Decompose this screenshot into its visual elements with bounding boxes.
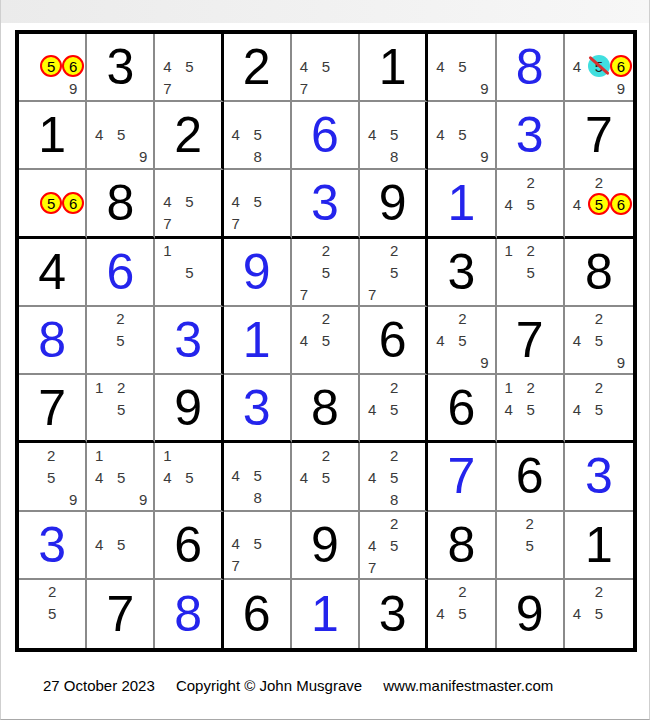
given-digit: 9 — [311, 520, 339, 570]
candidate-digit: 7 — [361, 557, 383, 579]
cell-r7c7[interactable]: 7 — [428, 443, 496, 511]
cell-r1c7[interactable]: 459 — [428, 34, 496, 102]
candidate-digit: 2 — [520, 376, 542, 398]
candidate-digit: 8 — [247, 487, 269, 509]
pencil-marks: 245 — [429, 581, 493, 647]
cell-r1c1[interactable]: 569 — [19, 34, 87, 102]
cell-r9c2[interactable]: 7 — [87, 580, 155, 648]
eliminated-candidate: 5 — [588, 55, 610, 77]
highlighted-candidate: 5 — [40, 55, 62, 77]
given-digit: 3 — [106, 42, 134, 92]
candidate-digit: 2 — [383, 444, 405, 466]
pencil-marks: 56 — [20, 171, 84, 234]
candidate-digit: 4 — [361, 123, 383, 145]
pencil-marks: 15 — [156, 240, 219, 304]
solved-digit: 3 — [585, 451, 613, 501]
pencil-marks: 4569 — [566, 35, 632, 99]
candidate-digit: 2 — [588, 308, 610, 330]
highlighted-candidate: 6 — [610, 193, 632, 215]
solved-digit: 8 — [38, 315, 66, 365]
solved-digit: 7 — [448, 451, 476, 501]
solved-digit: 8 — [174, 589, 202, 639]
cell-r7c3[interactable]: 145 — [155, 443, 223, 511]
pencil-marks: 125 — [88, 376, 152, 439]
candidate-digit: 1 — [88, 376, 110, 398]
cell-r3c9[interactable]: 2456 — [565, 170, 633, 238]
candidate-digit: 4 — [361, 535, 383, 557]
candidate-digit: 5 — [520, 193, 542, 215]
cell-r7c2[interactable]: 1459 — [87, 443, 155, 511]
given-digit: 6 — [243, 589, 271, 639]
cell-r4c5[interactable]: 257 — [292, 239, 360, 307]
candidate-digit: 2 — [588, 581, 610, 603]
solved-digit: 6 — [311, 110, 339, 160]
cell-r4c8[interactable]: 125 — [497, 239, 565, 307]
candidate-digit: 4 — [566, 398, 588, 420]
candidate-digit: 5 — [247, 533, 269, 555]
candidate-digit: 8 — [383, 145, 405, 167]
cell-r6c8[interactable]: 1245 — [497, 375, 565, 443]
cell-r9c5[interactable]: 1 — [292, 580, 360, 648]
candidate-digit: 2 — [315, 444, 337, 466]
cell-r1c4[interactable]: 2 — [224, 34, 292, 102]
given-digit: 9 — [516, 589, 544, 639]
footer: 27 October 2023 Copyright © John Musgrav… — [43, 677, 570, 694]
footer-copyright: Copyright © John Musgrave — [176, 677, 362, 694]
given-digit: 6 — [379, 315, 407, 365]
pencil-marks: 457 — [225, 171, 289, 234]
pencil-marks: 458 — [225, 444, 289, 508]
candidate-digit: 5 — [520, 262, 542, 284]
cell-r8c7[interactable]: 8 — [428, 512, 496, 580]
candidate-digit: 5 — [588, 603, 610, 625]
cell-r9c1[interactable]: 25 — [19, 580, 87, 648]
footer-date: 27 October 2023 — [43, 677, 155, 694]
candidate-digit: 5 — [383, 398, 405, 420]
pencil-marks: 2457 — [361, 513, 424, 577]
pencil-marks: 25 — [88, 308, 152, 372]
candidate-digit: 9 — [610, 352, 632, 374]
cell-r9c3[interactable]: 8 — [155, 580, 223, 648]
cell-r7c8[interactable]: 6 — [497, 443, 565, 511]
candidate-digit: 5 — [588, 398, 610, 420]
cell-r5c9[interactable]: 2459 — [565, 307, 633, 375]
given-digit: 7 — [585, 110, 613, 160]
cell-r4c4[interactable]: 9 — [224, 239, 292, 307]
given-digit: 9 — [379, 178, 407, 228]
candidate-digit: 5 — [451, 55, 473, 77]
given-digit: 8 — [585, 247, 613, 297]
cell-r4c2[interactable]: 6 — [87, 239, 155, 307]
pencil-marks: 145 — [156, 444, 219, 508]
candidate-digit: 4 — [429, 603, 451, 625]
pencil-marks: 257 — [361, 240, 424, 304]
candidate-digit: 2 — [383, 240, 405, 262]
cell-r7c6[interactable]: 2458 — [360, 443, 428, 511]
cell-r2c2[interactable]: 459 — [87, 102, 155, 170]
pencil-marks: 458 — [361, 103, 424, 167]
candidate-digit: 4 — [156, 466, 178, 488]
cell-r3c2[interactable]: 8 — [87, 170, 155, 238]
candidate-digit: 7 — [293, 77, 315, 99]
pencil-marks: 2459 — [429, 308, 493, 372]
cell-r6c3[interactable]: 9 — [155, 375, 223, 443]
pencil-marks: 245 — [361, 376, 424, 439]
cell-r5c8[interactable]: 7 — [497, 307, 565, 375]
cell-r2c3[interactable]: 2 — [155, 102, 223, 170]
candidate-digit: 4 — [566, 330, 588, 352]
candidate-digit: 9 — [132, 145, 154, 167]
candidate-digit: 2 — [110, 376, 132, 398]
pencil-marks: 458 — [225, 103, 289, 167]
solved-digit: 8 — [516, 42, 544, 92]
candidate-digit: 7 — [156, 77, 178, 99]
cell-r2c6[interactable]: 458 — [360, 102, 428, 170]
pencil-marks: 1245 — [498, 376, 562, 439]
candidate-digit: 5 — [247, 123, 269, 145]
candidate-digit: 5 — [383, 262, 405, 284]
candidate-digit: 5 — [451, 603, 473, 625]
given-digit: 2 — [243, 42, 271, 92]
given-digit: 7 — [516, 315, 544, 365]
candidate-digit: 7 — [225, 555, 247, 577]
candidate-digit: 7 — [293, 284, 315, 306]
pencil-marks: 1459 — [88, 444, 152, 508]
candidate-digit: 1 — [498, 376, 520, 398]
candidate-digit: 2 — [520, 240, 542, 262]
given-digit: 8 — [106, 178, 134, 228]
candidate-digit: 5 — [178, 55, 200, 77]
candidate-digit: 4 — [293, 330, 315, 352]
pencil-marks: 245 — [293, 308, 357, 372]
given-digit: 6 — [448, 383, 476, 433]
candidate-digit: 9 — [473, 352, 495, 374]
candidate-digit: 5 — [110, 534, 132, 556]
candidate-digit: 5 — [315, 55, 337, 77]
cell-r4c3[interactable]: 15 — [155, 239, 223, 307]
given-digit: 7 — [106, 589, 134, 639]
cell-r6c4[interactable]: 3 — [224, 375, 292, 443]
candidate-digit: 4 — [225, 191, 247, 213]
solved-digit: 6 — [106, 247, 134, 297]
candidate-digit: 2 — [588, 376, 610, 398]
candidate-digit: 5 — [520, 398, 542, 420]
candidate-digit: 4 — [429, 55, 451, 77]
cell-r3c6[interactable]: 9 — [360, 170, 428, 238]
candidate-digit: 4 — [361, 398, 383, 420]
candidate-digit: 4 — [225, 465, 247, 487]
candidate-digit: 5 — [588, 330, 610, 352]
pencil-marks: 257 — [293, 240, 357, 304]
cell-r5c6[interactable]: 6 — [360, 307, 428, 375]
pencil-marks: 459 — [429, 35, 493, 99]
candidate-digit: 2 — [519, 513, 541, 535]
candidate-digit: 5 — [40, 466, 62, 488]
pencil-marks: 457 — [156, 171, 219, 234]
candidate-digit: 9 — [132, 488, 154, 510]
given-digit: 3 — [379, 589, 407, 639]
candidate-digit: 4 — [429, 123, 451, 145]
given-digit: 7 — [38, 383, 66, 433]
candidate-digit: 5 — [109, 330, 131, 352]
candidate-digit: 5 — [451, 330, 473, 352]
solved-digit: 3 — [38, 520, 66, 570]
candidate-digit: 4 — [429, 330, 451, 352]
candidate-digit: 4 — [566, 193, 588, 215]
candidate-digit: 5 — [247, 191, 269, 213]
cell-r6c7[interactable]: 6 — [428, 375, 496, 443]
cell-r2c7[interactable]: 459 — [428, 102, 496, 170]
candidate-digit: 4 — [156, 55, 178, 77]
candidate-digit: 5 — [383, 535, 405, 557]
highlighted-candidate: 6 — [610, 55, 632, 77]
candidate-digit: 1 — [498, 240, 520, 262]
candidate-digit: 2 — [40, 444, 62, 466]
pencil-marks: 45 — [88, 513, 152, 577]
cell-r9c6[interactable]: 3 — [360, 580, 428, 648]
cell-r8c6[interactable]: 2457 — [360, 512, 428, 580]
cell-r4c9[interactable]: 8 — [565, 239, 633, 307]
candidate-digit: 2 — [109, 308, 131, 330]
candidate-digit: 5 — [178, 191, 200, 213]
candidate-digit: 8 — [247, 145, 269, 167]
cell-r2c1[interactable]: 1 — [19, 102, 87, 170]
given-digit: 1 — [379, 42, 407, 92]
candidate-digit: 4 — [225, 123, 247, 145]
highlighted-candidate: 6 — [62, 55, 84, 77]
pencil-marks: 2458 — [361, 444, 424, 508]
candidate-digit: 4 — [566, 55, 588, 77]
pencil-marks: 457 — [225, 513, 289, 577]
cell-r9c7[interactable]: 245 — [428, 580, 496, 648]
cell-r3c1[interactable]: 56 — [19, 170, 87, 238]
cell-r5c3[interactable]: 3 — [155, 307, 223, 375]
cell-r6c6[interactable]: 245 — [360, 375, 428, 443]
candidate-digit: 5 — [110, 466, 132, 488]
cell-r1c5[interactable]: 457 — [292, 34, 360, 102]
given-digit: 1 — [585, 520, 613, 570]
pencil-marks: 25 — [20, 581, 84, 647]
cell-r3c5[interactable]: 3 — [292, 170, 360, 238]
candidate-digit: 2 — [451, 308, 473, 330]
candidate-digit: 7 — [361, 284, 383, 306]
cell-r7c5[interactable]: 245 — [292, 443, 360, 511]
candidate-digit: 5 — [178, 262, 200, 284]
cell-r3c4[interactable]: 457 — [224, 170, 292, 238]
given-digit: 8 — [311, 383, 339, 433]
given-digit: 4 — [38, 247, 66, 297]
given-digit: 9 — [174, 383, 202, 433]
cell-r6c2[interactable]: 125 — [87, 375, 155, 443]
cell-r4c1[interactable]: 4 — [19, 239, 87, 307]
pencil-marks: 245 — [498, 171, 562, 234]
solved-digit: 9 — [243, 247, 271, 297]
window-top-strip — [1, 0, 649, 23]
highlighted-candidate: 5 — [40, 192, 62, 214]
highlighted-candidate: 6 — [62, 192, 84, 214]
cell-r5c2[interactable]: 25 — [87, 307, 155, 375]
given-digit: 3 — [448, 247, 476, 297]
cell-r3c7[interactable]: 1 — [428, 170, 496, 238]
candidate-digit: 1 — [156, 240, 178, 262]
candidate-digit: 2 — [451, 581, 473, 603]
candidate-digit: 5 — [178, 466, 200, 488]
cell-r1c6[interactable]: 1 — [360, 34, 428, 102]
candidate-digit: 4 — [566, 603, 588, 625]
given-digit: 2 — [174, 110, 202, 160]
candidate-digit: 9 — [62, 77, 84, 99]
candidate-digit: 5 — [315, 466, 337, 488]
pencil-marks: 459 — [88, 103, 152, 167]
cell-r8c9[interactable]: 1 — [565, 512, 633, 580]
candidate-digit: 5 — [110, 398, 132, 420]
highlighted-candidate: 5 — [588, 193, 610, 215]
given-digit: 8 — [448, 520, 476, 570]
cell-r7c1[interactable]: 259 — [19, 443, 87, 511]
candidate-digit: 5 — [315, 262, 337, 284]
cell-r8c4[interactable]: 457 — [224, 512, 292, 580]
candidate-digit: 8 — [383, 488, 405, 510]
candidate-digit: 5 — [451, 123, 473, 145]
cell-r7c9[interactable]: 3 — [565, 443, 633, 511]
candidate-digit: 2 — [383, 376, 405, 398]
cell-r5c4[interactable]: 1 — [224, 307, 292, 375]
cell-r8c2[interactable]: 45 — [87, 512, 155, 580]
cell-r9c8[interactable]: 9 — [497, 580, 565, 648]
cell-r2c9[interactable]: 7 — [565, 102, 633, 170]
cell-r4c7[interactable]: 3 — [428, 239, 496, 307]
cell-r2c8[interactable]: 3 — [497, 102, 565, 170]
cell-r2c4[interactable]: 458 — [224, 102, 292, 170]
cell-r6c1[interactable]: 7 — [19, 375, 87, 443]
footer-website[interactable]: www.manifestmaster.com — [383, 677, 553, 694]
candidate-digit: 9 — [610, 77, 632, 99]
cell-r1c9[interactable]: 4569 — [565, 34, 633, 102]
cell-r2c5[interactable]: 6 — [292, 102, 360, 170]
candidate-digit: 4 — [293, 55, 315, 77]
candidate-digit: 4 — [88, 123, 110, 145]
pencil-marks: 457 — [156, 35, 219, 99]
pencil-marks: 245 — [566, 581, 632, 647]
solved-digit: 3 — [243, 383, 271, 433]
candidate-digit: 2 — [315, 308, 337, 330]
candidate-digit: 2 — [41, 581, 63, 603]
candidate-digit: 5 — [247, 465, 269, 487]
pencil-marks: 245 — [566, 376, 632, 439]
candidate-digit: 4 — [225, 533, 247, 555]
candidate-digit: 2 — [520, 171, 542, 193]
cell-r3c3[interactable]: 457 — [155, 170, 223, 238]
candidate-digit: 9 — [62, 488, 84, 510]
solved-digit: 3 — [516, 110, 544, 160]
candidate-digit: 4 — [498, 398, 520, 420]
cell-r5c7[interactable]: 2459 — [428, 307, 496, 375]
pencil-marks: 125 — [498, 240, 562, 304]
pencil-marks: 2456 — [566, 171, 632, 234]
pencil-marks: 569 — [20, 35, 84, 99]
cell-r8c8[interactable]: 25 — [497, 512, 565, 580]
pencil-marks: 259 — [20, 444, 84, 508]
pencil-marks: 459 — [429, 103, 493, 167]
given-digit: 1 — [38, 110, 66, 160]
pencil-marks: 457 — [293, 35, 357, 99]
cell-r8c5[interactable]: 9 — [292, 512, 360, 580]
cell-r9c4[interactable]: 6 — [224, 580, 292, 648]
cell-r1c3[interactable]: 457 — [155, 34, 223, 102]
cell-r8c3[interactable]: 6 — [155, 512, 223, 580]
solved-digit: 3 — [311, 178, 339, 228]
candidate-digit: 5 — [41, 603, 63, 625]
cell-r3c8[interactable]: 245 — [497, 170, 565, 238]
sudoku-board: 5693457245714598456914592458645845937568… — [15, 30, 637, 652]
solved-digit: 1 — [311, 589, 339, 639]
candidate-digit: 1 — [88, 444, 110, 466]
cell-r8c1[interactable]: 3 — [19, 512, 87, 580]
cell-r1c8[interactable]: 8 — [497, 34, 565, 102]
cell-r9c9[interactable]: 245 — [565, 580, 633, 648]
cell-r5c5[interactable]: 245 — [292, 307, 360, 375]
solved-digit: 1 — [448, 178, 476, 228]
candidate-digit: 5 — [110, 123, 132, 145]
cell-r4c6[interactable]: 257 — [360, 239, 428, 307]
given-digit: 6 — [516, 451, 544, 501]
candidate-digit: 5 — [383, 123, 405, 145]
cell-r6c5[interactable]: 8 — [292, 375, 360, 443]
pencil-marks: 2459 — [566, 308, 632, 372]
candidate-digit: 4 — [498, 193, 520, 215]
solved-digit: 1 — [243, 315, 271, 365]
pencil-marks: 25 — [498, 513, 562, 577]
candidate-digit: 2 — [383, 513, 405, 535]
candidate-digit: 4 — [156, 191, 178, 213]
candidate-digit: 4 — [88, 466, 110, 488]
candidate-digit: 9 — [473, 145, 495, 167]
candidate-digit: 1 — [156, 444, 178, 466]
cell-r6c9[interactable]: 245 — [565, 375, 633, 443]
candidate-digit: 5 — [315, 330, 337, 352]
candidate-digit: 2 — [588, 171, 610, 193]
candidate-digit: 4 — [361, 466, 383, 488]
candidate-digit: 5 — [383, 466, 405, 488]
cell-r7c4[interactable]: 458 — [224, 443, 292, 511]
cell-r1c2[interactable]: 3 — [87, 34, 155, 102]
given-digit: 6 — [174, 520, 202, 570]
candidate-digit: 4 — [293, 466, 315, 488]
candidate-digit: 7 — [225, 213, 247, 235]
candidate-digit: 5 — [519, 535, 541, 557]
cell-r5c1[interactable]: 8 — [19, 307, 87, 375]
candidate-digit: 4 — [88, 534, 110, 556]
candidate-digit: 9 — [473, 77, 495, 99]
pencil-marks: 245 — [293, 444, 357, 508]
candidate-digit: 7 — [156, 213, 178, 235]
candidate-digit: 2 — [315, 240, 337, 262]
solved-digit: 3 — [174, 315, 202, 365]
